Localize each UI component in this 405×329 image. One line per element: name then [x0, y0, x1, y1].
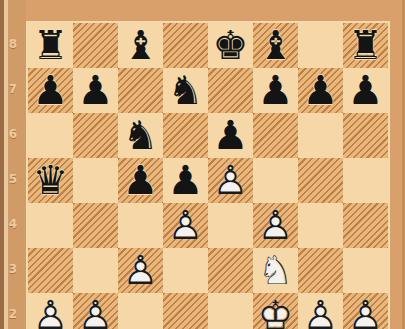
square-a3[interactable]: [28, 248, 73, 293]
pawn-outline-glyph: ♙: [73, 293, 118, 329]
square-a7[interactable]: ♟: [28, 68, 73, 113]
square-c6[interactable]: ♞: [118, 113, 163, 158]
rank-label-6: 6: [2, 111, 24, 156]
square-c2[interactable]: [118, 293, 163, 329]
square-f7[interactable]: ♟: [253, 68, 298, 113]
pawn-outline-glyph: ♙: [163, 203, 208, 248]
square-g2[interactable]: ♟♙: [298, 293, 343, 329]
square-a8[interactable]: ♜: [28, 23, 73, 68]
square-g5[interactable]: [298, 158, 343, 203]
pawn-fill-glyph: ♟: [73, 68, 118, 113]
square-c8[interactable]: ♝: [118, 23, 163, 68]
square-g3[interactable]: [298, 248, 343, 293]
square-d4[interactable]: ♟♙: [163, 203, 208, 248]
white-pawn-icon: ♟♙: [208, 158, 253, 203]
rank-label-8: 8: [2, 21, 24, 66]
square-a2[interactable]: ♟♙: [28, 293, 73, 329]
square-c4[interactable]: [118, 203, 163, 248]
pawn-outline-glyph: ♙: [343, 293, 388, 329]
pawn-fill-glyph: ♟: [28, 68, 73, 113]
white-pawn-icon: ♟♙: [118, 248, 163, 293]
rank-label-7: 7: [2, 66, 24, 111]
square-d7[interactable]: ♞: [163, 68, 208, 113]
white-knight-icon: ♞♘: [253, 248, 298, 293]
black-pawn-icon: ♟: [28, 68, 73, 113]
square-b7[interactable]: ♟: [73, 68, 118, 113]
square-e4[interactable]: [208, 203, 253, 248]
square-h2[interactable]: ♟♙: [343, 293, 388, 329]
black-knight-icon: ♞: [163, 68, 208, 113]
queen-fill-glyph: ♛: [28, 158, 73, 203]
black-pawn-icon: ♟: [298, 68, 343, 113]
white-king-icon: ♚♔: [253, 293, 298, 329]
square-b3[interactable]: [73, 248, 118, 293]
square-b6[interactable]: [73, 113, 118, 158]
white-pawn-icon: ♟♙: [28, 293, 73, 329]
square-c7[interactable]: [118, 68, 163, 113]
square-e5[interactable]: ♟♙: [208, 158, 253, 203]
rank-label-2: 2: [2, 291, 24, 329]
white-pawn-icon: ♟♙: [343, 293, 388, 329]
square-b8[interactable]: [73, 23, 118, 68]
square-c3[interactable]: ♟♙: [118, 248, 163, 293]
king-outline-glyph: ♔: [253, 293, 298, 329]
black-bishop-icon: ♝: [118, 23, 163, 68]
rank-label-4: 4: [2, 201, 24, 246]
square-h8[interactable]: ♜: [343, 23, 388, 68]
pawn-fill-glyph: ♟: [163, 158, 208, 203]
square-c5[interactable]: ♟: [118, 158, 163, 203]
pawn-outline-glyph: ♙: [208, 158, 253, 203]
square-e8[interactable]: ♚: [208, 23, 253, 68]
white-pawn-icon: ♟♙: [73, 293, 118, 329]
black-rook-icon: ♜: [28, 23, 73, 68]
pawn-fill-glyph: ♟: [343, 68, 388, 113]
rank-label-3: 3: [2, 246, 24, 291]
square-a4[interactable]: [28, 203, 73, 248]
square-f5[interactable]: [253, 158, 298, 203]
pawn-fill-glyph: ♟: [208, 113, 253, 158]
square-e6[interactable]: ♟: [208, 113, 253, 158]
square-e3[interactable]: [208, 248, 253, 293]
knight-fill-glyph: ♞: [163, 68, 208, 113]
black-pawn-icon: ♟: [163, 158, 208, 203]
pawn-fill-glyph: ♟: [253, 68, 298, 113]
square-d3[interactable]: [163, 248, 208, 293]
rook-fill-glyph: ♜: [28, 23, 73, 68]
black-rook-icon: ♜: [343, 23, 388, 68]
chess-app-screenshot: ♜♝♚♝♜♟♟♞♟♟♟♞♟♛♟♟♟♙♟♙♟♙♟♙♞♘♟♙♟♙♚♔♟♙♟♙ 876…: [0, 0, 405, 329]
knight-outline-glyph: ♘: [253, 248, 298, 293]
square-d8[interactable]: [163, 23, 208, 68]
black-king-icon: ♚: [208, 23, 253, 68]
square-e7[interactable]: [208, 68, 253, 113]
white-pawn-icon: ♟♙: [163, 203, 208, 248]
square-h6[interactable]: [343, 113, 388, 158]
square-g8[interactable]: [298, 23, 343, 68]
pawn-outline-glyph: ♙: [118, 248, 163, 293]
square-h5[interactable]: [343, 158, 388, 203]
square-b2[interactable]: ♟♙: [73, 293, 118, 329]
pawn-fill-glyph: ♟: [298, 68, 343, 113]
white-pawn-icon: ♟♙: [298, 293, 343, 329]
square-f2[interactable]: ♚♔: [253, 293, 298, 329]
square-d6[interactable]: [163, 113, 208, 158]
square-h7[interactable]: ♟: [343, 68, 388, 113]
square-b4[interactable]: [73, 203, 118, 248]
rook-fill-glyph: ♜: [343, 23, 388, 68]
black-bishop-icon: ♝: [253, 23, 298, 68]
square-a6[interactable]: [28, 113, 73, 158]
black-pawn-icon: ♟: [118, 158, 163, 203]
white-pawn-icon: ♟♙: [253, 203, 298, 248]
black-pawn-icon: ♟: [343, 68, 388, 113]
square-d5[interactable]: ♟: [163, 158, 208, 203]
black-pawn-icon: ♟: [208, 113, 253, 158]
square-f8[interactable]: ♝: [253, 23, 298, 68]
square-a5[interactable]: ♛: [28, 158, 73, 203]
black-pawn-icon: ♟: [73, 68, 118, 113]
square-f3[interactable]: ♞♘: [253, 248, 298, 293]
square-h4[interactable]: [343, 203, 388, 248]
square-f4[interactable]: ♟♙: [253, 203, 298, 248]
rank-label-5: 5: [2, 156, 24, 201]
square-e2[interactable]: [208, 293, 253, 329]
pawn-outline-glyph: ♙: [298, 293, 343, 329]
knight-fill-glyph: ♞: [118, 113, 163, 158]
square-g7[interactable]: ♟: [298, 68, 343, 113]
square-f6[interactable]: [253, 113, 298, 158]
black-knight-icon: ♞: [118, 113, 163, 158]
black-pawn-icon: ♟: [253, 68, 298, 113]
square-g6[interactable]: [298, 113, 343, 158]
pawn-outline-glyph: ♙: [28, 293, 73, 329]
square-d2[interactable]: [163, 293, 208, 329]
king-fill-glyph: ♚: [208, 23, 253, 68]
pawn-outline-glyph: ♙: [253, 203, 298, 248]
bishop-fill-glyph: ♝: [118, 23, 163, 68]
pawn-fill-glyph: ♟: [118, 158, 163, 203]
chess-board[interactable]: ♜♝♚♝♜♟♟♞♟♟♟♞♟♛♟♟♟♙♟♙♟♙♟♙♞♘♟♙♟♙♚♔♟♙♟♙: [26, 21, 390, 329]
bishop-fill-glyph: ♝: [253, 23, 298, 68]
square-b5[interactable]: [73, 158, 118, 203]
square-h3[interactable]: [343, 248, 388, 293]
black-queen-icon: ♛: [28, 158, 73, 203]
square-g4[interactable]: [298, 203, 343, 248]
